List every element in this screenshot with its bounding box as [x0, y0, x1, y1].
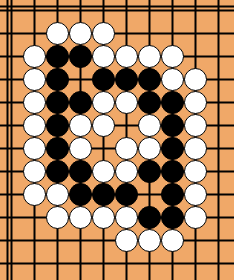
white-stone	[138, 229, 161, 252]
intersection-c6-r1[interactable]	[138, 22, 161, 45]
intersection-c4-r9	[92, 206, 115, 229]
intersection-c8-r8	[184, 183, 207, 206]
white-stone	[92, 114, 115, 137]
white-stone	[23, 114, 46, 137]
intersection-c9-r0[interactable]	[207, 0, 230, 22]
black-stone	[138, 91, 161, 114]
white-stone	[161, 68, 184, 91]
intersection-c7-r10	[161, 229, 184, 252]
intersection-c7-r5	[161, 114, 184, 137]
black-stone	[161, 160, 184, 183]
white-stone	[115, 137, 138, 160]
intersection-c6-r2	[138, 45, 161, 68]
intersection-c8-r0[interactable]	[184, 0, 207, 22]
intersection-c0-r1[interactable]	[0, 22, 23, 45]
intersection-c7-r0[interactable]	[161, 0, 184, 22]
white-stone	[184, 91, 207, 114]
intersection-c4-r0[interactable]	[92, 0, 115, 22]
intersection-c3-r5	[69, 114, 92, 137]
intersection-c3-r3[interactable]	[69, 68, 92, 91]
intersection-c8-r6	[184, 137, 207, 160]
white-stone	[92, 160, 115, 183]
intersection-c8-r11[interactable]	[184, 252, 207, 275]
white-stone	[184, 183, 207, 206]
intersection-c6-r9	[138, 206, 161, 229]
intersection-c1-r9[interactable]	[23, 206, 46, 229]
white-stone	[69, 114, 92, 137]
intersection-c7-r7	[161, 160, 184, 183]
white-stone	[23, 91, 46, 114]
white-stone	[23, 45, 46, 68]
intersection-c0-r7[interactable]	[0, 160, 23, 183]
white-stone	[23, 183, 46, 206]
intersection-c9-r6[interactable]	[207, 137, 230, 160]
white-stone	[138, 137, 161, 160]
intersection-c5-r3	[115, 68, 138, 91]
intersection-c5-r2	[115, 45, 138, 68]
intersection-c2-r8	[46, 183, 69, 206]
intersection-c4-r7	[92, 160, 115, 183]
intersection-c5-r1[interactable]	[115, 22, 138, 45]
white-stone	[46, 22, 69, 45]
white-stone	[115, 91, 138, 114]
white-stone	[92, 206, 115, 229]
black-stone	[69, 45, 92, 68]
intersection-c6-r11[interactable]	[138, 252, 161, 275]
intersection-c3-r6	[69, 137, 92, 160]
intersection-c7-r9	[161, 206, 184, 229]
intersection-c0-r5[interactable]	[0, 114, 23, 137]
intersection-c1-r3	[23, 68, 46, 91]
intersection-c4-r10[interactable]	[92, 229, 115, 252]
intersection-c2-r7	[46, 160, 69, 183]
intersection-c0-r11[interactable]	[0, 252, 23, 275]
white-stone	[184, 114, 207, 137]
intersection-c5-r7	[115, 160, 138, 183]
intersection-c6-r3	[138, 68, 161, 91]
white-stone	[115, 206, 138, 229]
intersection-c8-r2[interactable]	[184, 45, 207, 68]
intersection-c1-r8	[23, 183, 46, 206]
white-stone	[69, 137, 92, 160]
black-stone	[138, 160, 161, 183]
intersection-c8-r5	[184, 114, 207, 137]
intersection-c1-r4	[23, 91, 46, 114]
intersection-c4-r4	[92, 91, 115, 114]
intersection-c2-r0[interactable]	[46, 0, 69, 22]
black-stone	[46, 91, 69, 114]
intersection-c9-r8[interactable]	[207, 183, 230, 206]
intersection-c0-r6[interactable]	[0, 137, 23, 160]
black-stone	[115, 68, 138, 91]
intersection-c3-r8	[69, 183, 92, 206]
intersection-c4-r1	[92, 22, 115, 45]
white-stone	[23, 160, 46, 183]
intersection-c6-r7	[138, 160, 161, 183]
intersection-c2-r2	[46, 45, 69, 68]
intersection-c5-r5[interactable]	[115, 114, 138, 137]
intersection-c2-r5	[46, 114, 69, 137]
black-stone	[92, 183, 115, 206]
black-stone	[46, 114, 69, 137]
intersection-c8-r9	[184, 206, 207, 229]
intersection-c3-r7	[69, 160, 92, 183]
intersection-c9-r11[interactable]	[207, 252, 230, 275]
intersection-c2-r4	[46, 91, 69, 114]
intersection-c8-r4	[184, 91, 207, 114]
intersection-c2-r11[interactable]	[46, 252, 69, 275]
intersection-c4-r8	[92, 183, 115, 206]
white-stone	[184, 160, 207, 183]
black-stone	[161, 206, 184, 229]
black-stone	[161, 137, 184, 160]
intersection-c9-r10[interactable]	[207, 229, 230, 252]
intersection-c5-r10	[115, 229, 138, 252]
intersection-c5-r8	[115, 183, 138, 206]
intersection-c1-r5	[23, 114, 46, 137]
white-stone	[115, 229, 138, 252]
intersection-c9-r4[interactable]	[207, 91, 230, 114]
intersection-c4-r3	[92, 68, 115, 91]
white-stone	[184, 68, 207, 91]
intersection-c9-r7[interactable]	[207, 160, 230, 183]
stone-layer	[0, 0, 230, 275]
intersection-c9-r2[interactable]	[207, 45, 230, 68]
intersection-c7-r6	[161, 137, 184, 160]
intersection-c4-r6[interactable]	[92, 137, 115, 160]
intersection-c3-r10[interactable]	[69, 229, 92, 252]
intersection-c9-r9[interactable]	[207, 206, 230, 229]
black-stone	[161, 91, 184, 114]
intersection-c7-r11[interactable]	[161, 252, 184, 275]
intersection-c5-r9	[115, 206, 138, 229]
intersection-c3-r9	[69, 206, 92, 229]
intersection-c2-r1	[46, 22, 69, 45]
intersection-c0-r10[interactable]	[0, 229, 23, 252]
go-board[interactable]	[0, 0, 234, 280]
white-stone	[46, 183, 69, 206]
intersection-c6-r8[interactable]	[138, 183, 161, 206]
white-stone	[115, 45, 138, 68]
intersection-c1-r7	[23, 160, 46, 183]
intersection-c2-r9	[46, 206, 69, 229]
intersection-c1-r2	[23, 45, 46, 68]
intersection-c7-r2	[161, 45, 184, 68]
black-stone	[115, 183, 138, 206]
intersection-c5-r0[interactable]	[115, 0, 138, 22]
intersection-c1-r11[interactable]	[23, 252, 46, 275]
intersection-c7-r3	[161, 68, 184, 91]
intersection-c8-r10[interactable]	[184, 229, 207, 252]
intersection-c2-r3	[46, 68, 69, 91]
intersection-c3-r4	[69, 91, 92, 114]
white-stone	[23, 68, 46, 91]
intersection-c9-r1[interactable]	[207, 22, 230, 45]
intersection-c1-r10[interactable]	[23, 229, 46, 252]
intersection-c2-r6	[46, 137, 69, 160]
black-stone	[46, 68, 69, 91]
white-stone	[161, 45, 184, 68]
intersection-c4-r5	[92, 114, 115, 137]
intersection-c3-r11[interactable]	[69, 252, 92, 275]
intersection-c4-r2	[92, 45, 115, 68]
white-stone	[184, 137, 207, 160]
black-stone	[46, 160, 69, 183]
black-stone	[138, 206, 161, 229]
intersection-c1-r0[interactable]	[23, 0, 46, 22]
black-stone	[138, 68, 161, 91]
black-stone	[161, 114, 184, 137]
intersection-c7-r4	[161, 91, 184, 114]
intersection-c0-r3[interactable]	[0, 68, 23, 91]
white-stone	[69, 206, 92, 229]
intersection-c3-r1	[69, 22, 92, 45]
black-stone	[69, 183, 92, 206]
intersection-c6-r10	[138, 229, 161, 252]
intersection-c1-r6	[23, 137, 46, 160]
white-stone	[92, 22, 115, 45]
black-stone	[46, 45, 69, 68]
intersection-c1-r1[interactable]	[23, 22, 46, 45]
intersection-c5-r6	[115, 137, 138, 160]
intersection-c6-r4	[138, 91, 161, 114]
intersection-c4-r11[interactable]	[92, 252, 115, 275]
intersection-c5-r11[interactable]	[115, 252, 138, 275]
intersection-c7-r8	[161, 183, 184, 206]
intersection-c6-r0[interactable]	[138, 0, 161, 22]
intersection-c0-r2[interactable]	[0, 45, 23, 68]
white-stone	[92, 91, 115, 114]
black-stone	[161, 183, 184, 206]
white-stone	[184, 206, 207, 229]
intersection-c6-r5	[138, 114, 161, 137]
intersection-c7-r1[interactable]	[161, 22, 184, 45]
intersection-c9-r5[interactable]	[207, 114, 230, 137]
intersection-c5-r4	[115, 91, 138, 114]
intersection-c9-r3[interactable]	[207, 68, 230, 91]
intersection-c0-r8[interactable]	[0, 183, 23, 206]
intersection-c8-r3	[184, 68, 207, 91]
intersection-c8-r7	[184, 160, 207, 183]
white-stone	[161, 229, 184, 252]
intersection-c3-r0[interactable]	[69, 0, 92, 22]
black-stone	[92, 68, 115, 91]
white-stone	[138, 45, 161, 68]
white-stone	[92, 45, 115, 68]
intersection-c3-r2	[69, 45, 92, 68]
intersection-c0-r9[interactable]	[0, 206, 23, 229]
intersection-c0-r0[interactable]	[0, 0, 23, 22]
black-stone	[46, 137, 69, 160]
intersection-c2-r10[interactable]	[46, 229, 69, 252]
white-stone	[23, 137, 46, 160]
intersection-c0-r4[interactable]	[0, 91, 23, 114]
black-stone	[69, 91, 92, 114]
white-stone	[115, 160, 138, 183]
black-stone	[69, 160, 92, 183]
white-stone	[69, 22, 92, 45]
white-stone	[138, 114, 161, 137]
white-stone	[46, 206, 69, 229]
intersection-c6-r6	[138, 137, 161, 160]
intersection-c8-r1[interactable]	[184, 22, 207, 45]
